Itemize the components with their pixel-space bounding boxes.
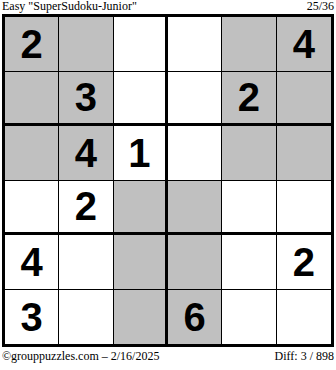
- cell-r3c3[interactable]: 1: [114, 126, 168, 181]
- cell-r4c6[interactable]: [277, 181, 331, 236]
- cell-r5c3[interactable]: [114, 235, 168, 290]
- cell-r5c4[interactable]: [168, 235, 222, 290]
- cell-r5c5[interactable]: [222, 235, 276, 290]
- cell-r6c1[interactable]: 3: [5, 290, 59, 345]
- sudoku-board: 24324124236: [2, 14, 334, 347]
- cell-r2c5[interactable]: 2: [222, 72, 276, 127]
- cell-r6c4[interactable]: 6: [168, 290, 222, 345]
- cell-r6c2[interactable]: [59, 290, 113, 345]
- cell-r1c5[interactable]: [222, 17, 276, 72]
- cell-r2c2[interactable]: 3: [59, 72, 113, 127]
- cell-r1c6[interactable]: 4: [277, 17, 331, 72]
- copyright-text: ©grouppuzzles.com – 2/16/2025: [2, 350, 159, 363]
- cell-r4c1[interactable]: [5, 181, 59, 236]
- cell-r3c4[interactable]: [168, 126, 222, 181]
- cell-r2c4[interactable]: [168, 72, 222, 127]
- cell-r6c6[interactable]: [277, 290, 331, 345]
- cell-r3c6[interactable]: [277, 126, 331, 181]
- cell-r6c3[interactable]: [114, 290, 168, 345]
- cell-r5c1[interactable]: 4: [5, 235, 59, 290]
- cell-r1c4[interactable]: [168, 17, 222, 72]
- cell-r1c2[interactable]: [59, 17, 113, 72]
- cell-r4c5[interactable]: [222, 181, 276, 236]
- cell-r4c2[interactable]: 2: [59, 181, 113, 236]
- cell-r5c2[interactable]: [59, 235, 113, 290]
- footer: ©grouppuzzles.com – 2/16/2025 Diff: 3 / …: [2, 350, 334, 363]
- cell-r1c3[interactable]: [114, 17, 168, 72]
- header: Easy "SuperSudoku-Junior" 25/36: [2, 0, 334, 13]
- cell-r2c6[interactable]: [277, 72, 331, 127]
- cell-r6c5[interactable]: [222, 290, 276, 345]
- cell-r4c4[interactable]: [168, 181, 222, 236]
- puzzle-title: Easy "SuperSudoku-Junior": [2, 0, 137, 13]
- cell-r5c6[interactable]: 2: [277, 235, 331, 290]
- cell-r3c1[interactable]: [5, 126, 59, 181]
- puzzle-counter: 25/36: [307, 0, 334, 13]
- cell-r4c3[interactable]: [114, 181, 168, 236]
- cell-r3c5[interactable]: [222, 126, 276, 181]
- cell-r2c3[interactable]: [114, 72, 168, 127]
- puzzle-page: Easy "SuperSudoku-Junior" 25/36 24324124…: [0, 0, 336, 370]
- difficulty-text: Diff: 3 / 898: [275, 350, 334, 363]
- cell-r1c1[interactable]: 2: [5, 17, 59, 72]
- cell-r2c1[interactable]: [5, 72, 59, 127]
- cell-r3c2[interactable]: 4: [59, 126, 113, 181]
